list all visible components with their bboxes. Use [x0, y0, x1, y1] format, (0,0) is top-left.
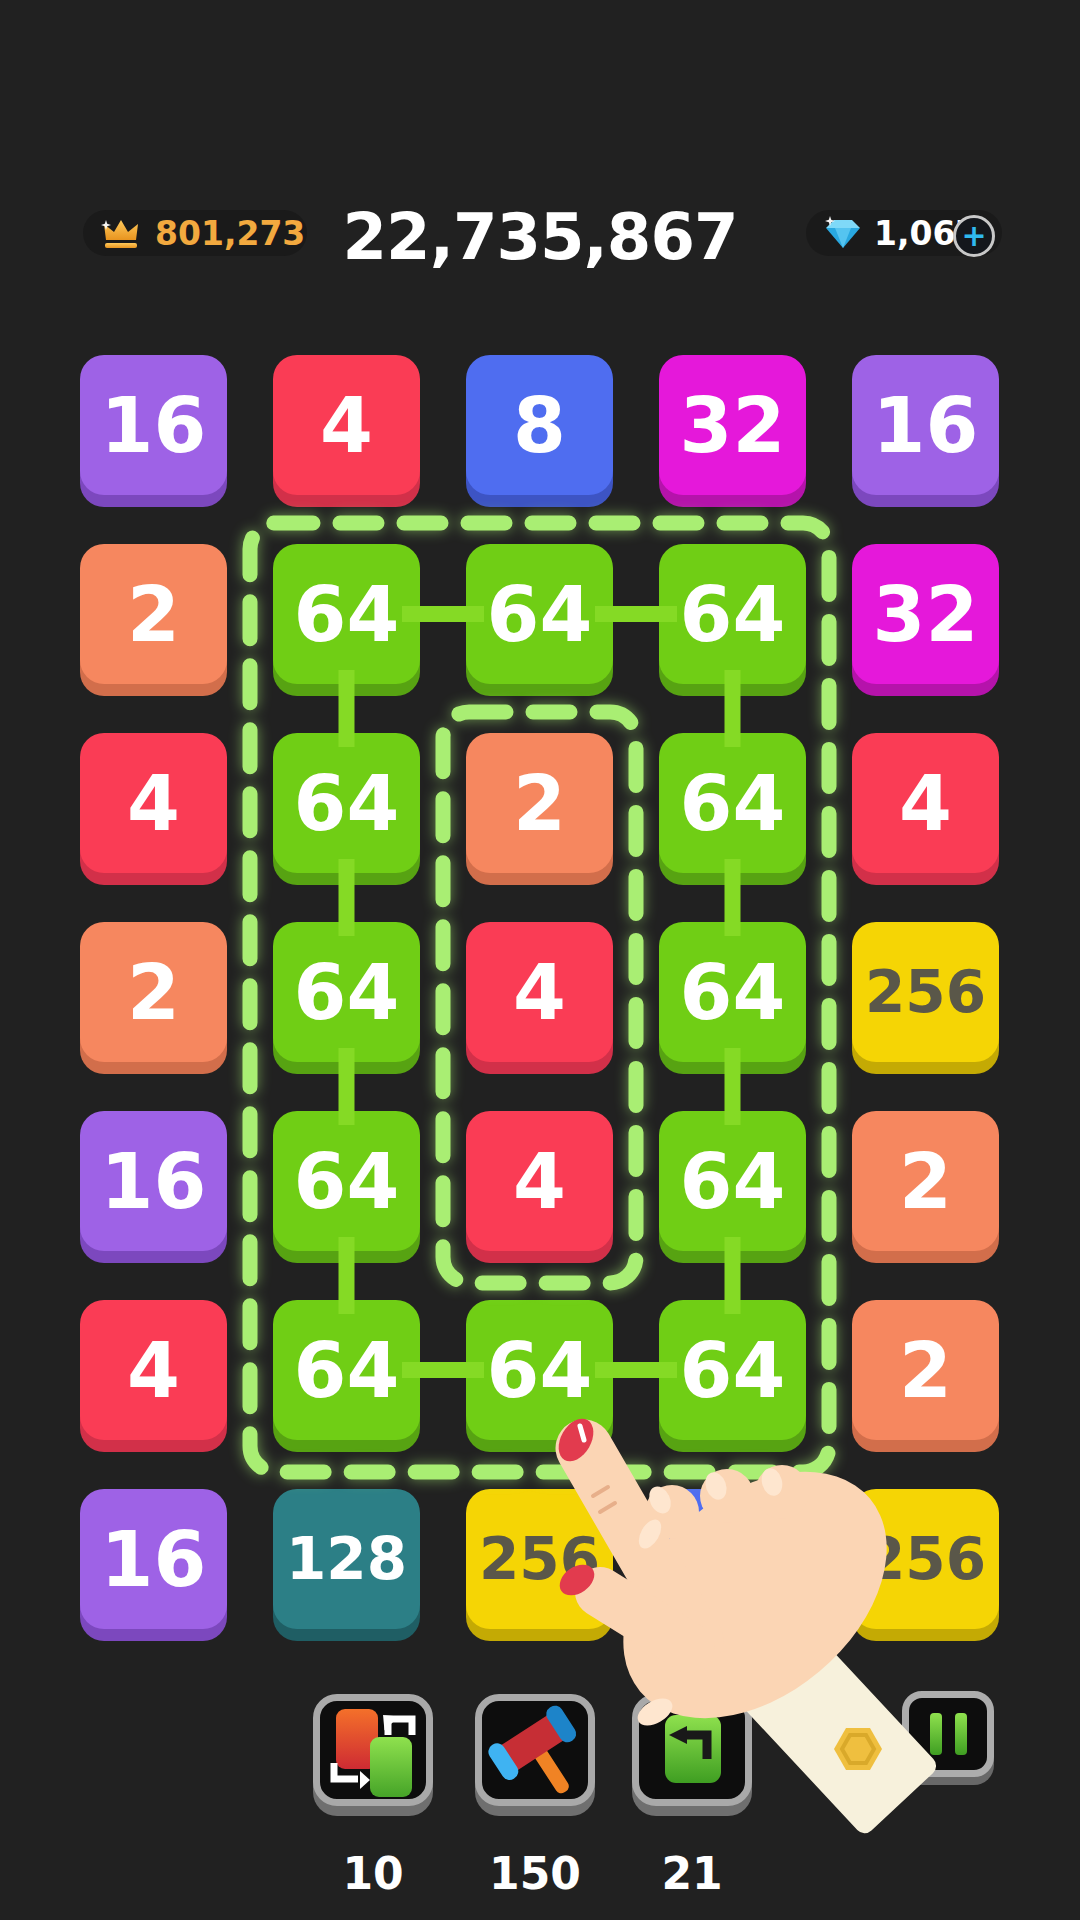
- tile-r2c1-value-2[interactable]: 2: [80, 544, 227, 684]
- hammer-powerup-button[interactable]: [475, 1694, 595, 1806]
- tile-r7c4-value-8[interactable]: 8: [659, 1489, 806, 1629]
- tile-r1c3-value-8[interactable]: 8: [466, 355, 613, 495]
- tile-r4c4-value-64[interactable]: 64: [659, 922, 806, 1062]
- arrow-tile-count: 21: [632, 1848, 752, 1899]
- tile-r5c1-value-16[interactable]: 16: [80, 1111, 227, 1251]
- tile-r3c3-value-2[interactable]: 2: [466, 733, 613, 873]
- swap-icon: [320, 1701, 426, 1799]
- gems-badge: 1,067 +: [806, 210, 1002, 256]
- tile-r5c4-value-64[interactable]: 64: [659, 1111, 806, 1251]
- tile-r1c4-value-32[interactable]: 32: [659, 355, 806, 495]
- tile-r4c3-value-4[interactable]: 4: [466, 922, 613, 1062]
- tile-r2c5-value-32[interactable]: 32: [852, 544, 999, 684]
- tile-r3c4-value-64[interactable]: 64: [659, 733, 806, 873]
- tile-r5c2-value-64[interactable]: 64: [273, 1111, 420, 1251]
- gem-icon: [822, 214, 864, 252]
- tile-r4c5-value-256[interactable]: 256: [852, 922, 999, 1062]
- tile-r3c5-value-4[interactable]: 4: [852, 733, 999, 873]
- add-gems-button[interactable]: +: [953, 215, 995, 257]
- tile-r7c1-value-16[interactable]: 16: [80, 1489, 227, 1629]
- arrow-tile-icon: [639, 1701, 745, 1799]
- tile-r1c5-value-16[interactable]: 16: [852, 355, 999, 495]
- tile-r2c2-value-64[interactable]: 64: [273, 544, 420, 684]
- tile-r6c1-value-4[interactable]: 4: [80, 1300, 227, 1440]
- tile-r4c2-value-64[interactable]: 64: [273, 922, 420, 1062]
- hammer-count: 150: [475, 1848, 595, 1899]
- tile-r4c1-value-2[interactable]: 2: [80, 922, 227, 1062]
- tile-r3c2-value-64[interactable]: 64: [273, 733, 420, 873]
- tile-r1c2-value-4[interactable]: 4: [273, 355, 420, 495]
- swap-count: 10: [313, 1848, 433, 1899]
- tile-r5c3-value-4[interactable]: 4: [466, 1111, 613, 1251]
- tile-r6c4-value-64[interactable]: 64: [659, 1300, 806, 1440]
- swap-powerup-button[interactable]: [313, 1694, 433, 1806]
- tile-r7c2-value-128[interactable]: 128: [273, 1489, 420, 1629]
- tile-r1c1-value-16[interactable]: 16: [80, 355, 227, 495]
- tile-r6c3-value-64[interactable]: 64: [466, 1300, 613, 1440]
- tile-r6c5-value-2[interactable]: 2: [852, 1300, 999, 1440]
- tile-r7c3-value-256[interactable]: 256: [466, 1489, 613, 1629]
- tile-r5c5-value-2[interactable]: 2: [852, 1111, 999, 1251]
- tile-r3c1-value-4[interactable]: 4: [80, 733, 227, 873]
- pause-button[interactable]: [902, 1691, 994, 1777]
- cuff-button: [834, 1728, 882, 1770]
- pause-icon: [930, 1713, 942, 1755]
- tile-r7c5-value-256[interactable]: 256: [852, 1489, 999, 1629]
- hammer-icon: [482, 1701, 588, 1799]
- tile-r2c3-value-64[interactable]: 64: [466, 544, 613, 684]
- tile-r2c4-value-64[interactable]: 64: [659, 544, 806, 684]
- arrow-tile-powerup-button[interactable]: [632, 1694, 752, 1806]
- board-grid: 1648321626464643246426442644642561664464…: [80, 355, 999, 1641]
- tile-r6c2-value-64[interactable]: 64: [273, 1300, 420, 1440]
- game-screen: 801,273 22,735,867 1,067 + 1648321626464…: [0, 0, 1080, 1920]
